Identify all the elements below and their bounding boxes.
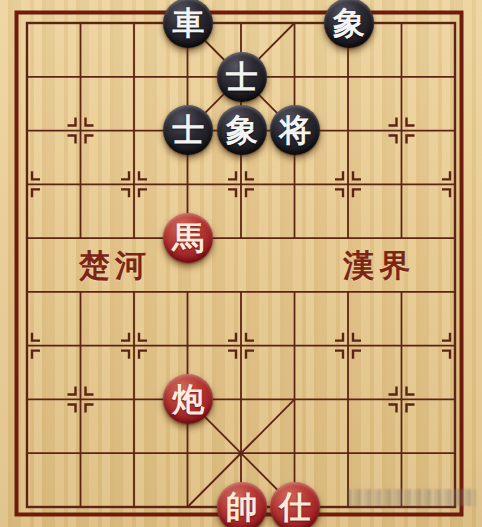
piece-black-advisor[interactable]: 士 [217, 52, 267, 102]
piece-red-general[interactable]: 帥 [217, 482, 267, 527]
piece-black-chariot[interactable]: 車 [163, 0, 213, 48]
pieces-grid: 車象士士象将馬炮帥仕 [1, 0, 482, 527]
piece-red-cannon[interactable]: 炮 [163, 374, 213, 424]
piece-red-advisor[interactable]: 仕 [270, 482, 320, 527]
piece-black-advisor[interactable]: 士 [163, 105, 213, 155]
piece-black-general[interactable]: 将 [270, 105, 320, 155]
piece-black-elephant[interactable]: 象 [324, 0, 374, 48]
xiangqi-board: 楚河 漢界 車象士士象将馬炮帥仕 [0, 0, 482, 527]
piece-red-horse[interactable]: 馬 [163, 213, 213, 263]
piece-black-elephant[interactable]: 象 [217, 105, 267, 155]
